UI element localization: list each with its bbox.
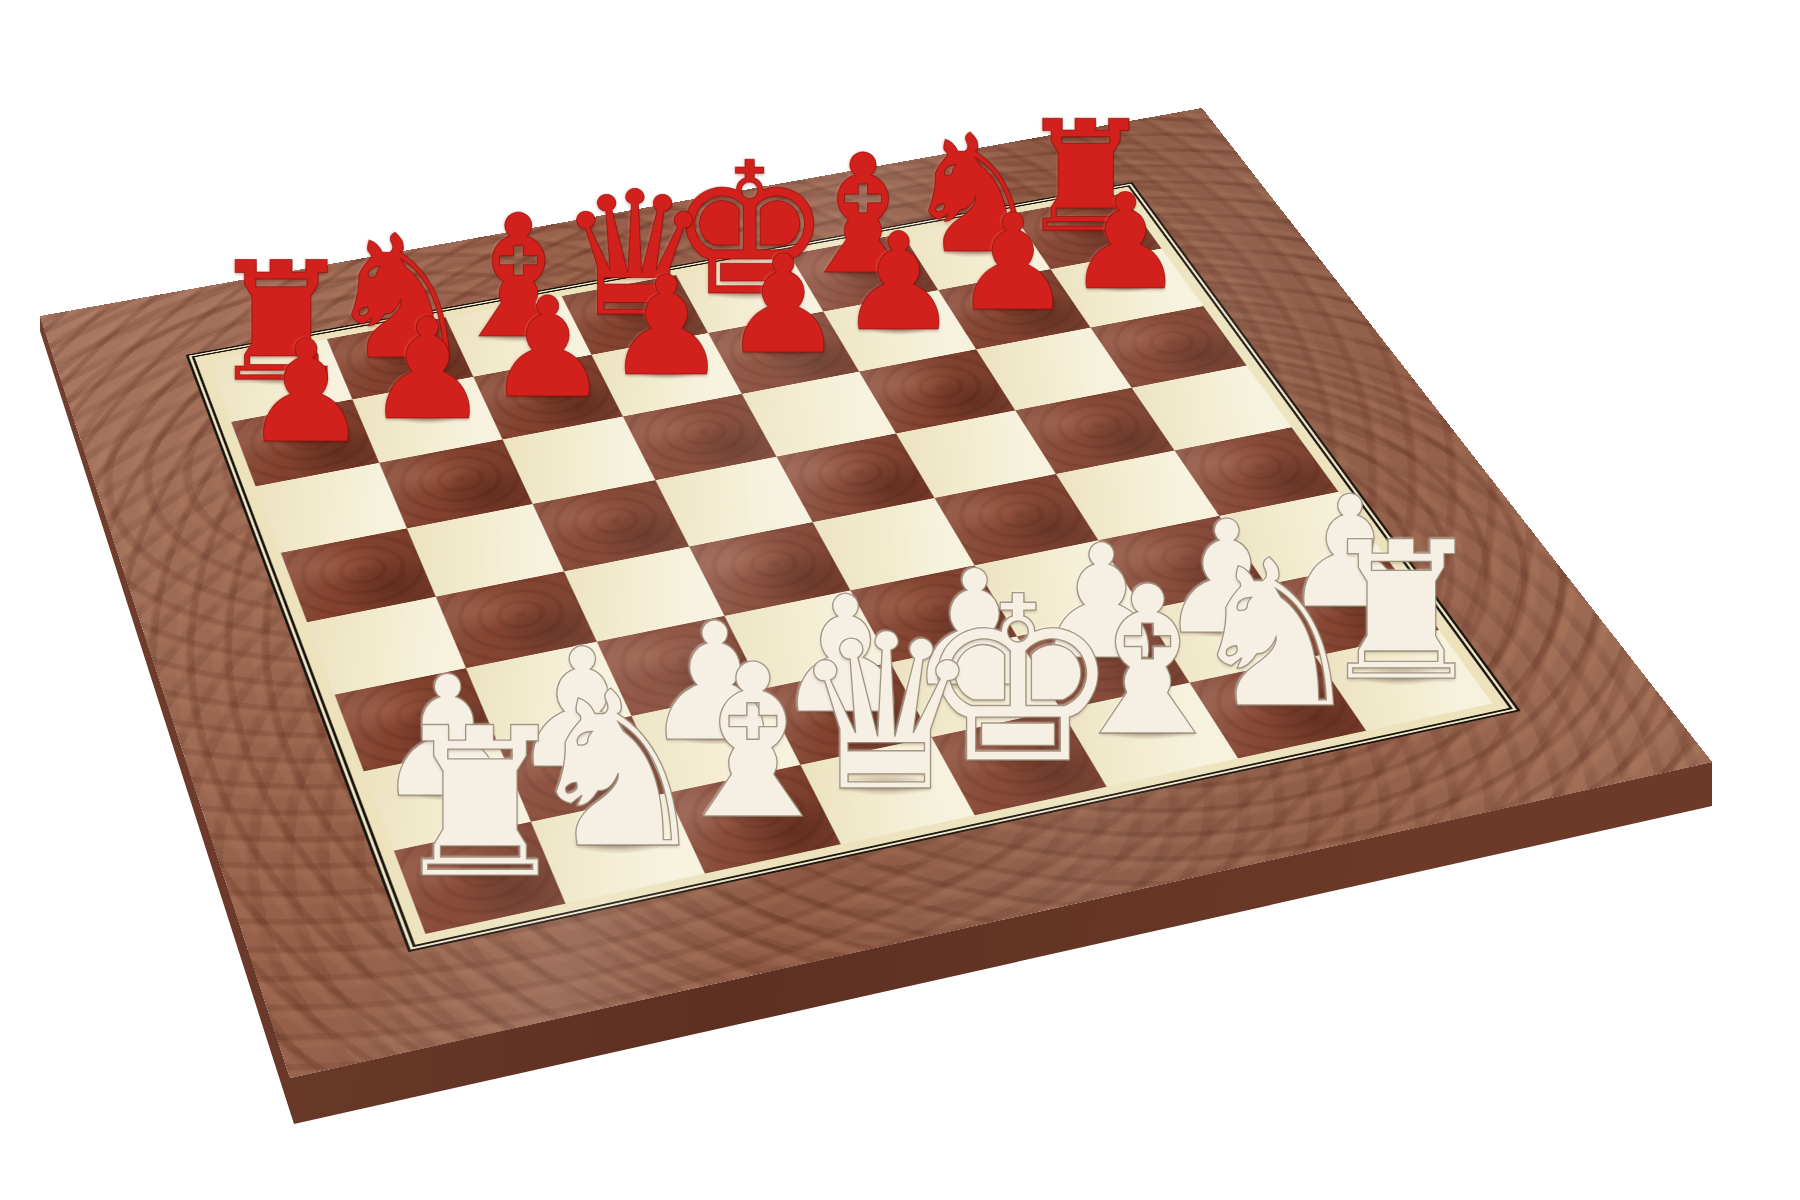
- piece-red-pawn-a7[interactable]: ♟: [243, 322, 370, 464]
- piece-red-pawn-b7[interactable]: ♟: [365, 300, 491, 440]
- pieces-layer: ♜♞♝♟♚♟♛♟♝♟♞♟♜♟♟♟♟♟♟♜♟♞♟♝♟♚♟♛♟♝♞♜: [0, 0, 1800, 1200]
- product-photo-stage: ♜♞♝♟♚♟♛♟♝♟♞♟♜♟♟♟♟♟♟♜♟♞♟♝♟♚♟♛♟♝♞♜: [0, 0, 1800, 1200]
- piece-white-rook-a1[interactable]: ♜: [388, 701, 573, 907]
- piece-red-pawn-f7[interactable]: ♟: [838, 216, 959, 351]
- piece-red-pawn-g7[interactable]: ♟: [953, 196, 1073, 330]
- piece-red-pawn-h7[interactable]: ♟: [1066, 176, 1185, 308]
- piece-red-pawn-e7[interactable]: ♟: [722, 237, 844, 373]
- piece-red-pawn-c7[interactable]: ♟: [486, 279, 610, 418]
- piece-red-pawn-d7[interactable]: ♟: [605, 258, 728, 395]
